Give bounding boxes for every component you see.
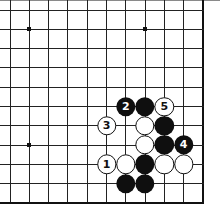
white-stone-Q4 (135, 135, 154, 154)
grid-line-vertical (87, 0, 88, 204)
black-stone-P6: 2 (116, 97, 135, 116)
stone-number: 1 (103, 159, 111, 170)
grid-line-horizontal (0, 87, 204, 88)
grid-line-horizontal (0, 183, 204, 184)
white-stone-R3 (155, 155, 174, 174)
white-stone-R6: 5 (155, 97, 174, 116)
star-point-K4 (27, 143, 31, 147)
star-point-Q10 (143, 27, 147, 31)
grid-line-vertical (48, 0, 49, 204)
black-stone-R5 (155, 116, 174, 135)
black-stone-Q6 (135, 97, 154, 116)
white-stone-O3: 1 (97, 155, 116, 174)
grid-line-vertical (67, 0, 68, 204)
white-stone-O5: 3 (97, 116, 116, 135)
stone-number: 2 (122, 101, 130, 112)
black-stone-R4 (155, 135, 174, 154)
black-stone-Q2 (135, 174, 154, 193)
grid-line-vertical (10, 0, 11, 204)
stone-number: 4 (180, 140, 188, 151)
grid-line-horizontal (0, 67, 204, 68)
board-edge-right (202, 0, 204, 204)
board-edge-bottom (0, 202, 204, 204)
black-stone-Q3 (135, 155, 154, 174)
crop-hairline (0, 0, 220, 1)
black-stone-S4: 4 (174, 135, 193, 154)
stone-number: 3 (103, 120, 111, 131)
black-stone-P2 (116, 174, 135, 193)
stone-number: 5 (161, 101, 169, 112)
white-stone-S3 (174, 155, 193, 174)
go-board-diagram: 25341 (0, 0, 220, 220)
grid-line-horizontal (0, 10, 204, 11)
grid-line-horizontal (0, 48, 204, 49)
star-point-K10 (27, 27, 31, 31)
white-stone-P3 (116, 155, 135, 174)
white-stone-Q5 (135, 116, 154, 135)
